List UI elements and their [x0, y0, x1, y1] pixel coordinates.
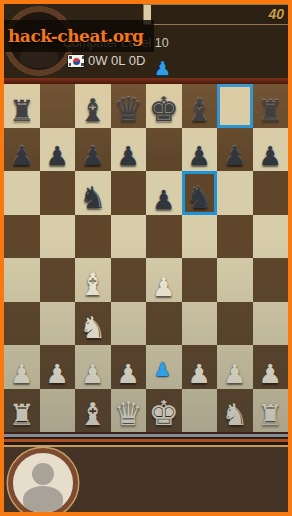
square-f5[interactable] [182, 215, 218, 259]
white-pawn[interactable]: ♟ [259, 361, 282, 389]
player-avatar[interactable] [8, 448, 78, 516]
square-b1[interactable] [40, 389, 76, 433]
chess-app-screen: 40 Computer Level 10 0W 0L 0D hack-cheat… [0, 0, 292, 516]
square-e1[interactable]: ♚ [146, 389, 182, 433]
square-f3[interactable] [182, 302, 218, 346]
square-a5[interactable] [4, 215, 40, 259]
korean-flag-icon [68, 55, 84, 67]
square-c7[interactable]: ♟ [75, 128, 111, 172]
square-b7[interactable]: ♟ [40, 128, 76, 172]
square-b3[interactable] [40, 302, 76, 346]
black-king[interactable]: ♚ [149, 92, 179, 128]
square-a7[interactable]: ♟ [4, 128, 40, 172]
square-d4[interactable] [111, 258, 147, 302]
square-e8[interactable]: ♚ [146, 84, 182, 128]
square-d6[interactable] [111, 171, 147, 215]
white-pawn[interactable]: ♟ [223, 361, 246, 389]
black-pawn[interactable]: ♟ [117, 143, 140, 171]
square-e3[interactable] [146, 302, 182, 346]
square-f7[interactable]: ♟ [182, 128, 218, 172]
square-a2[interactable]: ♟ [4, 345, 40, 389]
black-rook[interactable]: ♜ [257, 97, 283, 128]
square-d5[interactable] [111, 215, 147, 259]
square-c5[interactable] [75, 215, 111, 259]
board-bottom-edge [4, 432, 288, 445]
white-bishop[interactable]: ♝ [79, 269, 107, 302]
square-e7[interactable] [146, 128, 182, 172]
black-knight[interactable]: ♞ [79, 183, 106, 215]
black-knight[interactable]: ♞ [186, 183, 213, 215]
square-e5[interactable] [146, 215, 182, 259]
square-d1[interactable]: ♛ [111, 389, 147, 433]
white-rook[interactable]: ♜ [257, 401, 283, 432]
black-bishop[interactable]: ♝ [185, 95, 213, 128]
square-b5[interactable] [40, 215, 76, 259]
square-d3[interactable] [111, 302, 147, 346]
black-rook[interactable]: ♜ [9, 97, 35, 128]
black-queen[interactable]: ♛ [113, 93, 143, 128]
white-pawn[interactable]: ♟ [46, 361, 69, 389]
square-b4[interactable] [40, 258, 76, 302]
white-pawn[interactable]: ♟ [81, 361, 104, 389]
square-c3[interactable]: ♞ [75, 302, 111, 346]
opponent-record: 0W 0L 0D [88, 53, 145, 68]
square-h5[interactable] [253, 215, 289, 259]
white-queen[interactable]: ♛ [113, 397, 143, 432]
square-a1[interactable]: ♜ [4, 389, 40, 433]
black-king-indicator-icon: ♟ [154, 59, 171, 78]
square-f1[interactable] [182, 389, 218, 433]
square-d7[interactable]: ♟ [111, 128, 147, 172]
white-pawn[interactable]: ♟ [152, 274, 175, 302]
black-bishop[interactable]: ♝ [79, 95, 107, 128]
square-c6[interactable]: ♞ [75, 171, 111, 215]
opponent-panel: 40 Computer Level 10 0W 0L 0D hack-cheat… [4, 4, 288, 78]
square-h2[interactable]: ♟ [253, 345, 289, 389]
square-g6[interactable] [217, 171, 253, 215]
square-a4[interactable] [4, 258, 40, 302]
square-c2[interactable]: ♟ [75, 345, 111, 389]
watermark: hack-cheat.org [4, 20, 154, 52]
opponent-score: 40 [268, 6, 284, 22]
opponent-score-bar: 40 [143, 4, 289, 25]
square-c8[interactable]: ♝ [75, 84, 111, 128]
white-bishop[interactable]: ♝ [79, 399, 107, 432]
square-h6[interactable] [253, 171, 289, 215]
square-g7[interactable]: ♟ [217, 128, 253, 172]
square-c4[interactable]: ♝ [75, 258, 111, 302]
black-pawn[interactable]: ♟ [10, 143, 33, 171]
square-g4[interactable] [217, 258, 253, 302]
square-e4[interactable]: ♟ [146, 258, 182, 302]
white-pawn[interactable]: ♟ [117, 361, 140, 389]
square-f8[interactable]: ♝ [182, 84, 218, 128]
black-pawn[interactable]: ♟ [81, 143, 104, 171]
black-pawn[interactable]: ♟ [259, 143, 282, 171]
white-knight[interactable]: ♞ [221, 400, 248, 432]
square-d2[interactable]: ♟ [111, 345, 147, 389]
white-pawn[interactable]: ♟ [10, 361, 33, 389]
white-knight[interactable]: ♞ [79, 313, 106, 345]
square-d8[interactable]: ♛ [111, 84, 147, 128]
square-h3[interactable] [253, 302, 289, 346]
square-h1[interactable]: ♜ [253, 389, 289, 433]
white-king[interactable]: ♚ [149, 396, 179, 432]
square-c1[interactable]: ♝ [75, 389, 111, 433]
square-f4[interactable] [182, 258, 218, 302]
square-g3[interactable] [217, 302, 253, 346]
black-pawn[interactable]: ♟ [46, 143, 69, 171]
white-king-indicator-icon: ♟ [154, 360, 171, 379]
black-pawn[interactable]: ♟ [152, 187, 175, 215]
square-b6[interactable] [40, 171, 76, 215]
square-a6[interactable] [4, 171, 40, 215]
square-h7[interactable]: ♟ [253, 128, 289, 172]
square-g5[interactable] [217, 215, 253, 259]
chess-board: ♜♝♛♚♝♜♟♟♟♟♟♟♟♞♟♞♝♟♞♟♟♟♟♟♟♟♜♝♛♚♞♜ [4, 84, 288, 432]
square-g8[interactable] [217, 84, 253, 128]
black-pawn[interactable]: ♟ [223, 143, 246, 171]
square-b2[interactable]: ♟ [40, 345, 76, 389]
white-rook[interactable]: ♜ [9, 401, 35, 432]
black-pawn[interactable]: ♟ [188, 143, 211, 171]
square-a3[interactable] [4, 302, 40, 346]
square-g2[interactable]: ♟ [217, 345, 253, 389]
square-b8[interactable] [40, 84, 76, 128]
square-g1[interactable]: ♞ [217, 389, 253, 433]
square-f6[interactable]: ♞ [182, 171, 218, 215]
square-h8[interactable]: ♜ [253, 84, 289, 128]
square-f2[interactable]: ♟ [182, 345, 218, 389]
avatar-silhouette-icon [32, 463, 54, 485]
square-h4[interactable] [253, 258, 289, 302]
white-pawn[interactable]: ♟ [188, 361, 211, 389]
square-e6[interactable]: ♟ [146, 171, 182, 215]
square-a8[interactable]: ♜ [4, 84, 40, 128]
